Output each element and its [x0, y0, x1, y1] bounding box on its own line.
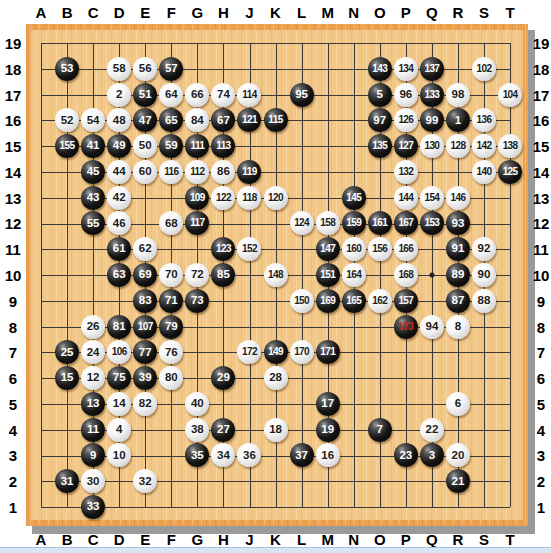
stone-move-number: 23 — [399, 450, 412, 462]
stone-F8-move-79[interactable]: 79 — [159, 315, 183, 339]
stone-D11-move-61[interactable]: 61 — [107, 237, 131, 261]
stone-move-number: 7 — [377, 424, 383, 436]
stone-move-number: 20 — [452, 450, 465, 462]
stone-P12-move-167[interactable]: 167 — [394, 211, 418, 235]
stone-move-number: 162 — [372, 296, 387, 306]
stone-S14-move-140[interactable]: 140 — [472, 160, 496, 184]
stone-move-number: 85 — [217, 269, 230, 281]
row-label-right-13: 13 — [533, 189, 550, 206]
stone-move-number: 81 — [113, 321, 126, 333]
col-label-top-E: E — [140, 4, 150, 21]
stone-O18-move-143[interactable]: 143 — [368, 57, 392, 81]
stone-Q15-move-130[interactable]: 130 — [420, 134, 444, 158]
stone-C6-move-12[interactable]: 12 — [81, 366, 105, 390]
stone-E14-move-60[interactable]: 60 — [133, 160, 157, 184]
row-label-left-19: 19 — [5, 35, 22, 52]
stone-move-number: 123 — [216, 244, 231, 254]
stone-move-number: 48 — [113, 115, 126, 127]
stone-S9-move-88[interactable]: 88 — [472, 289, 496, 313]
stone-O4-move-7[interactable]: 7 — [368, 418, 392, 442]
stone-move-number: 145 — [346, 193, 361, 203]
stone-R8-move-8[interactable]: 8 — [446, 315, 470, 339]
stone-move-number: 136 — [477, 115, 492, 125]
stone-move-number: 38 — [191, 424, 204, 436]
stone-N11-move-160[interactable]: 160 — [342, 237, 366, 261]
row-label-right-18: 18 — [533, 60, 550, 77]
stone-move-number: 16 — [321, 450, 334, 462]
stone-D4-move-4[interactable]: 4 — [107, 418, 131, 442]
stone-move-number: 133 — [424, 90, 439, 100]
stone-K4-move-18[interactable]: 18 — [264, 418, 288, 442]
stone-S18-move-102[interactable]: 102 — [472, 57, 496, 81]
col-label-top-L: L — [297, 4, 306, 21]
stone-move-number: 17 — [321, 398, 334, 410]
stone-D15-move-49[interactable]: 49 — [107, 134, 131, 158]
stone-move-number: 120 — [268, 193, 283, 203]
stone-K10-move-148[interactable]: 148 — [264, 263, 288, 287]
stone-E16-move-47[interactable]: 47 — [133, 108, 157, 132]
stone-P14-move-132[interactable]: 132 — [394, 160, 418, 184]
row-label-right-6: 6 — [537, 370, 545, 387]
stone-P8-move-173[interactable]: 173 — [394, 315, 418, 339]
stone-M3-move-16[interactable]: 16 — [316, 443, 340, 467]
stone-move-number: 118 — [242, 193, 256, 203]
stone-E18-move-56[interactable]: 56 — [133, 57, 157, 81]
stone-H10-move-85[interactable]: 85 — [211, 263, 235, 287]
stone-G4-move-38[interactable]: 38 — [185, 418, 209, 442]
stone-move-number: 134 — [398, 64, 413, 74]
row-label-left-6: 6 — [9, 370, 17, 387]
stone-S16-move-136[interactable]: 136 — [472, 108, 496, 132]
stone-G3-move-35[interactable]: 35 — [185, 443, 209, 467]
stone-move-number: 39 — [139, 372, 152, 384]
stone-Q12-move-153[interactable]: 153 — [420, 211, 444, 235]
stone-O12-move-161[interactable]: 161 — [368, 211, 392, 235]
stone-move-number: 50 — [139, 140, 152, 152]
stone-O17-move-5[interactable]: 5 — [368, 83, 392, 107]
stone-move-number: 47 — [139, 115, 152, 127]
stone-move-number: 130 — [424, 141, 439, 151]
stone-S10-move-90[interactable]: 90 — [472, 263, 496, 287]
col-label-bottom-D: D — [114, 531, 125, 548]
stone-H16-move-67[interactable]: 67 — [211, 108, 235, 132]
stone-N12-move-159[interactable]: 159 — [342, 211, 366, 235]
stone-L7-move-170[interactable]: 170 — [290, 340, 314, 364]
stone-C7-move-24[interactable]: 24 — [81, 340, 105, 364]
stone-R2-move-21[interactable]: 21 — [446, 469, 470, 493]
stone-L17-move-95[interactable]: 95 — [290, 83, 314, 107]
col-label-top-G: G — [192, 4, 204, 21]
stone-move-number: 102 — [477, 64, 492, 74]
stone-Q8-move-94[interactable]: 94 — [420, 315, 444, 339]
stone-R13-move-146[interactable]: 146 — [446, 186, 470, 210]
stone-H4-move-27[interactable]: 27 — [211, 418, 235, 442]
stone-M10-move-151[interactable]: 151 — [316, 263, 340, 287]
col-label-top-C: C — [88, 4, 99, 21]
row-label-right-2: 2 — [537, 473, 545, 490]
row-label-left-12: 12 — [5, 215, 22, 232]
stone-move-number: 167 — [398, 218, 413, 228]
stone-D6-move-75[interactable]: 75 — [107, 366, 131, 390]
row-label-right-3: 3 — [537, 447, 545, 464]
col-label-top-J: J — [245, 4, 253, 21]
stone-move-number: 14 — [113, 398, 126, 410]
stone-C2-move-30[interactable]: 30 — [81, 469, 105, 493]
stone-B16-move-52[interactable]: 52 — [55, 108, 79, 132]
window-edge-strip — [0, 547, 551, 553]
stone-move-number: 35 — [191, 450, 204, 462]
stone-E2-move-32[interactable]: 32 — [133, 469, 157, 493]
star-point-Q10 — [429, 273, 434, 278]
stone-move-number: 3 — [429, 450, 435, 462]
stone-M11-move-147[interactable]: 147 — [316, 237, 340, 261]
stone-C3-move-9[interactable]: 9 — [81, 443, 105, 467]
stone-R3-move-20[interactable]: 20 — [446, 443, 470, 467]
stone-T17-move-104[interactable]: 104 — [498, 83, 522, 107]
stone-move-number: 76 — [165, 347, 178, 359]
stone-move-number: 150 — [294, 296, 309, 306]
stone-move-number: 142 — [477, 141, 492, 151]
stone-F6-move-80[interactable]: 80 — [159, 366, 183, 390]
stone-Q3-move-3[interactable]: 3 — [420, 443, 444, 467]
stone-C15-move-41[interactable]: 41 — [81, 134, 105, 158]
stone-move-number: 112 — [190, 167, 204, 177]
row-label-right-1: 1 — [537, 499, 545, 516]
stone-C13-move-43[interactable]: 43 — [81, 186, 105, 210]
stone-M4-move-19[interactable]: 19 — [316, 418, 340, 442]
stone-D5-move-14[interactable]: 14 — [107, 392, 131, 416]
stone-O15-move-135[interactable]: 135 — [368, 134, 392, 158]
row-label-right-12: 12 — [533, 215, 550, 232]
col-label-bottom-B: B — [62, 531, 73, 548]
stone-C1-move-33[interactable]: 33 — [81, 495, 105, 519]
stone-G9-move-73[interactable]: 73 — [185, 289, 209, 313]
stone-move-number: 80 — [165, 372, 178, 384]
stone-J7-move-172[interactable]: 172 — [237, 340, 261, 364]
stone-move-number: 74 — [217, 89, 230, 101]
row-label-right-19: 19 — [533, 35, 550, 52]
stone-P18-move-134[interactable]: 134 — [394, 57, 418, 81]
stone-G12-move-117[interactable]: 117 — [185, 211, 209, 235]
stone-H17-move-74[interactable]: 74 — [211, 83, 235, 107]
stone-B2-move-31[interactable]: 31 — [55, 469, 79, 493]
stone-move-number: 96 — [399, 89, 412, 101]
stone-move-number: 1 — [455, 115, 461, 127]
stone-move-number: 88 — [478, 295, 491, 307]
stone-E8-move-107[interactable]: 107 — [133, 315, 157, 339]
stone-R5-move-6[interactable]: 6 — [446, 392, 470, 416]
stone-move-number: 21 — [452, 476, 465, 488]
stone-H3-move-34[interactable]: 34 — [211, 443, 235, 467]
stone-move-number: 158 — [320, 218, 335, 228]
go-board[interactable]: 5358565714313413710225164667411495596133… — [26, 24, 528, 526]
stone-D7-move-106[interactable]: 106 — [107, 340, 131, 364]
stone-move-number: 128 — [451, 141, 466, 151]
stone-D17-move-2[interactable]: 2 — [107, 83, 131, 107]
row-label-right-9: 9 — [537, 292, 545, 309]
stone-Q18-move-137[interactable]: 137 — [420, 57, 444, 81]
stone-move-number: 68 — [165, 218, 178, 230]
stone-Q17-move-133[interactable]: 133 — [420, 83, 444, 107]
stone-move-number: 26 — [87, 321, 100, 333]
stone-move-number: 152 — [242, 244, 257, 254]
stone-G5-move-40[interactable]: 40 — [185, 392, 209, 416]
stone-move-number: 151 — [320, 270, 335, 280]
stone-L3-move-37[interactable]: 37 — [290, 443, 314, 467]
stone-D18-move-58[interactable]: 58 — [107, 57, 131, 81]
stone-C16-move-54[interactable]: 54 — [81, 108, 105, 132]
col-label-top-Q: Q — [426, 4, 438, 21]
stone-F9-move-71[interactable]: 71 — [159, 289, 183, 313]
stone-R10-move-89[interactable]: 89 — [446, 263, 470, 287]
col-label-top-F: F — [167, 4, 176, 21]
stone-move-number: 29 — [217, 372, 230, 384]
stone-G15-move-111[interactable]: 111 — [185, 134, 209, 158]
stone-move-number: 137 — [424, 64, 439, 74]
stone-M5-move-17[interactable]: 17 — [316, 392, 340, 416]
stone-T15-move-138[interactable]: 138 — [498, 134, 522, 158]
stone-F16-move-65[interactable]: 65 — [159, 108, 183, 132]
col-label-top-D: D — [114, 4, 125, 21]
stone-E17-move-51[interactable]: 51 — [133, 83, 157, 107]
stone-move-number: 43 — [87, 192, 100, 204]
stone-S11-move-92[interactable]: 92 — [472, 237, 496, 261]
stone-M9-move-169[interactable]: 169 — [316, 289, 340, 313]
col-label-bottom-P: P — [401, 531, 411, 548]
stone-move-number: 33 — [87, 501, 100, 513]
stone-S15-move-142[interactable]: 142 — [472, 134, 496, 158]
stone-O16-move-97[interactable]: 97 — [368, 108, 392, 132]
stone-move-number: 11 — [87, 424, 99, 436]
stone-F10-move-70[interactable]: 70 — [159, 263, 183, 287]
stone-J17-move-114[interactable]: 114 — [237, 83, 261, 107]
stone-P10-move-168[interactable]: 168 — [394, 263, 418, 287]
stone-Q4-move-22[interactable]: 22 — [420, 418, 444, 442]
stone-R17-move-98[interactable]: 98 — [446, 83, 470, 107]
row-label-left-15: 15 — [5, 138, 22, 155]
stone-J16-move-121[interactable]: 121 — [237, 108, 261, 132]
stone-move-number: 97 — [373, 115, 386, 127]
stone-B6-move-15[interactable]: 15 — [55, 366, 79, 390]
row-label-left-8: 8 — [9, 318, 17, 335]
stone-E9-move-83[interactable]: 83 — [133, 289, 157, 313]
stone-move-number: 9 — [90, 450, 96, 462]
col-label-bottom-S: S — [479, 531, 489, 548]
stone-G14-move-112[interactable]: 112 — [185, 160, 209, 184]
stone-move-number: 138 — [503, 141, 518, 151]
stone-P16-move-126[interactable]: 126 — [394, 108, 418, 132]
stone-C4-move-11[interactable]: 11 — [81, 418, 105, 442]
stone-G16-move-84[interactable]: 84 — [185, 108, 209, 132]
stone-C8-move-26[interactable]: 26 — [81, 315, 105, 339]
stone-move-number: 104 — [503, 90, 518, 100]
stone-G10-move-72[interactable]: 72 — [185, 263, 209, 287]
stone-J3-move-36[interactable]: 36 — [237, 443, 261, 467]
stone-F7-move-76[interactable]: 76 — [159, 340, 183, 364]
stone-F17-move-64[interactable]: 64 — [159, 83, 183, 107]
stone-move-number: 153 — [424, 218, 439, 228]
stone-Q16-move-99[interactable]: 99 — [420, 108, 444, 132]
row-label-left-4: 4 — [9, 421, 17, 438]
stone-move-number: 160 — [346, 244, 361, 254]
stone-move-number: 87 — [452, 295, 465, 307]
stone-move-number: 107 — [138, 322, 153, 332]
stone-move-number: 114 — [242, 90, 256, 100]
col-label-top-T: T — [505, 4, 514, 21]
col-label-bottom-M: M — [321, 531, 334, 548]
grid-line — [41, 507, 510, 508]
stone-C5-move-13[interactable]: 13 — [81, 392, 105, 416]
stone-P11-move-166[interactable]: 166 — [394, 237, 418, 261]
stone-J11-move-152[interactable]: 152 — [237, 237, 261, 261]
stone-move-number: 73 — [191, 295, 204, 307]
stone-D3-move-10[interactable]: 10 — [107, 443, 131, 467]
stone-E6-move-39[interactable]: 39 — [133, 366, 157, 390]
stone-L12-move-124[interactable]: 124 — [290, 211, 314, 235]
row-label-left-2: 2 — [9, 473, 17, 490]
stone-N10-move-164[interactable]: 164 — [342, 263, 366, 287]
stone-F12-move-68[interactable]: 68 — [159, 211, 183, 235]
row-label-right-11: 11 — [533, 241, 549, 258]
stone-E15-move-50[interactable]: 50 — [133, 134, 157, 158]
row-label-left-3: 3 — [9, 447, 17, 464]
stone-G17-move-66[interactable]: 66 — [185, 83, 209, 107]
stone-move-number: 148 — [268, 270, 283, 280]
stone-H13-move-122[interactable]: 122 — [211, 186, 235, 210]
stone-move-number: 86 — [217, 166, 230, 178]
stone-M12-move-158[interactable]: 158 — [316, 211, 340, 235]
col-label-bottom-L: L — [297, 531, 306, 548]
stone-N13-move-145[interactable]: 145 — [342, 186, 366, 210]
stone-Q13-move-154[interactable]: 154 — [420, 186, 444, 210]
stone-H11-move-123[interactable]: 123 — [211, 237, 235, 261]
stone-E7-move-77[interactable]: 77 — [133, 340, 157, 364]
stone-move-number: 25 — [61, 347, 74, 359]
stone-K16-move-115[interactable]: 115 — [264, 108, 288, 132]
row-label-left-14: 14 — [5, 163, 22, 180]
stone-move-number: 15 — [61, 372, 74, 384]
stone-N9-move-165[interactable]: 165 — [342, 289, 366, 313]
row-label-right-15: 15 — [533, 138, 550, 155]
stone-B15-move-155[interactable]: 155 — [55, 134, 79, 158]
stone-D14-move-44[interactable]: 44 — [107, 160, 131, 184]
stone-move-number: 5 — [377, 89, 383, 101]
row-label-right-5: 5 — [537, 395, 545, 412]
stone-F15-move-59[interactable]: 59 — [159, 134, 183, 158]
stone-F18-move-57[interactable]: 57 — [159, 57, 183, 81]
stone-move-number: 56 — [139, 63, 152, 75]
col-label-bottom-H: H — [218, 531, 229, 548]
stone-P9-move-157[interactable]: 157 — [394, 289, 418, 313]
stone-K7-move-149[interactable]: 149 — [264, 340, 288, 364]
col-label-bottom-R: R — [453, 531, 464, 548]
stone-move-number: 30 — [87, 476, 100, 488]
stone-P3-move-23[interactable]: 23 — [394, 443, 418, 467]
stone-move-number: 157 — [398, 296, 413, 306]
stone-E5-move-82[interactable]: 82 — [133, 392, 157, 416]
stone-move-number: 63 — [113, 269, 126, 281]
stone-C12-move-55[interactable]: 55 — [81, 211, 105, 235]
stone-move-number: 132 — [398, 167, 413, 177]
stone-move-number: 173 — [398, 322, 413, 332]
stone-G13-move-109[interactable]: 109 — [185, 186, 209, 210]
stone-move-number: 12 — [87, 372, 100, 384]
stone-R12-move-93[interactable]: 93 — [446, 211, 470, 235]
stone-move-number: 44 — [113, 166, 126, 178]
stone-D12-move-46[interactable]: 46 — [107, 211, 131, 235]
stone-move-number: 172 — [242, 347, 257, 357]
grid-line — [302, 43, 303, 507]
col-label-bottom-N: N — [348, 531, 359, 548]
stone-move-number: 62 — [139, 243, 152, 255]
stone-move-number: 116 — [164, 167, 178, 177]
stone-P13-move-144[interactable]: 144 — [394, 186, 418, 210]
stone-C14-move-45[interactable]: 45 — [81, 160, 105, 184]
stone-L9-move-150[interactable]: 150 — [290, 289, 314, 313]
stone-move-number: 13 — [87, 398, 100, 410]
col-label-bottom-E: E — [140, 531, 150, 548]
col-label-top-R: R — [453, 4, 464, 21]
col-label-top-H: H — [218, 4, 229, 21]
stone-R11-move-91[interactable]: 91 — [446, 237, 470, 261]
stone-move-number: 65 — [165, 115, 178, 127]
stone-F14-move-116[interactable]: 116 — [159, 160, 183, 184]
stone-R16-move-1[interactable]: 1 — [446, 108, 470, 132]
stone-E11-move-62[interactable]: 62 — [133, 237, 157, 261]
stone-move-number: 49 — [113, 140, 126, 152]
stone-H15-move-113[interactable]: 113 — [211, 134, 235, 158]
stone-O9-move-162[interactable]: 162 — [368, 289, 392, 313]
stone-P15-move-127[interactable]: 127 — [394, 134, 418, 158]
stone-R15-move-128[interactable]: 128 — [446, 134, 470, 158]
stone-J13-move-118[interactable]: 118 — [237, 186, 261, 210]
stone-M7-move-171[interactable]: 171 — [316, 340, 340, 364]
stone-move-number: 170 — [294, 347, 309, 357]
stone-D8-move-81[interactable]: 81 — [107, 315, 131, 339]
stone-move-number: 113 — [216, 141, 230, 151]
stone-E10-move-69[interactable]: 69 — [133, 263, 157, 287]
col-label-top-K: K — [270, 4, 281, 21]
stone-K6-move-28[interactable]: 28 — [264, 366, 288, 390]
stone-O11-move-156[interactable]: 156 — [368, 237, 392, 261]
stone-move-number: 6 — [455, 398, 461, 410]
stone-B7-move-25[interactable]: 25 — [55, 340, 79, 364]
stone-move-number: 71 — [165, 295, 178, 307]
col-label-bottom-F: F — [167, 531, 176, 548]
stone-J14-move-119[interactable]: 119 — [237, 160, 261, 184]
col-label-bottom-J: J — [245, 531, 253, 548]
stone-D10-move-63[interactable]: 63 — [107, 263, 131, 287]
stone-K13-move-120[interactable]: 120 — [264, 186, 288, 210]
stone-B18-move-53[interactable]: 53 — [55, 57, 79, 81]
stone-H14-move-86[interactable]: 86 — [211, 160, 235, 184]
stone-D16-move-48[interactable]: 48 — [107, 108, 131, 132]
stone-R9-move-87[interactable]: 87 — [446, 289, 470, 313]
stone-move-number: 169 — [320, 296, 335, 306]
stone-move-number: 117 — [190, 218, 204, 228]
stone-T14-move-125[interactable]: 125 — [498, 160, 522, 184]
stone-H6-move-29[interactable]: 29 — [211, 366, 235, 390]
stone-P17-move-96[interactable]: 96 — [394, 83, 418, 107]
go-kifu-viewer: ABCDEFGHJKLMNOPQRST 19181716151413121110… — [0, 0, 551, 553]
stone-move-number: 106 — [112, 347, 127, 357]
col-label-top-O: O — [374, 4, 386, 21]
stone-D13-move-42[interactable]: 42 — [107, 186, 131, 210]
stone-move-number: 94 — [425, 321, 438, 333]
stone-move-number: 84 — [191, 115, 204, 127]
stone-move-number: 2 — [116, 89, 122, 101]
stone-move-number: 61 — [113, 243, 126, 255]
